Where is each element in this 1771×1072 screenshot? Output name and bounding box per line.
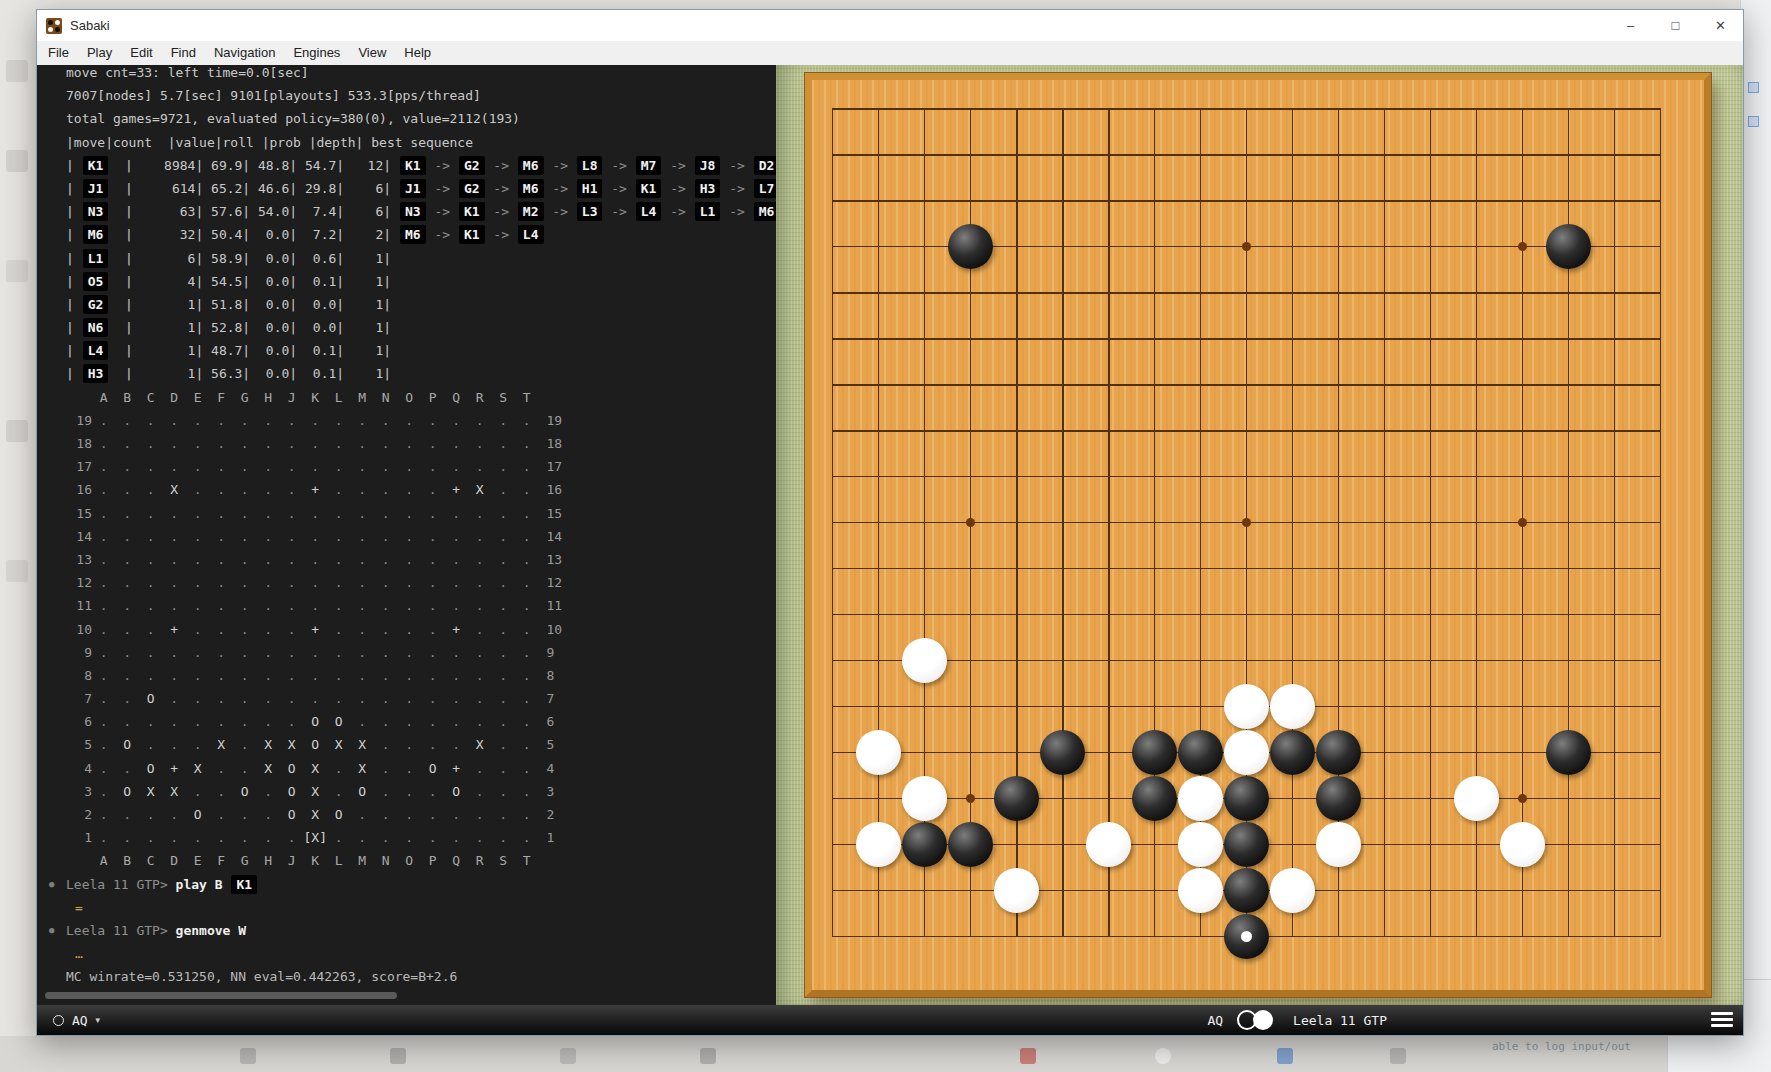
white-stone-J4 xyxy=(1178,776,1223,821)
black-stone-K1 xyxy=(1224,914,1269,959)
console-line: ●Leela 11 GTP> genmove W xyxy=(66,919,776,942)
black-stone-D16 xyxy=(948,224,993,269)
menu-help[interactable]: Help xyxy=(395,41,440,65)
taskbar-icon[interactable] xyxy=(1020,1048,1036,1064)
taskbar-icon[interactable] xyxy=(240,1048,256,1064)
white-stone-J3 xyxy=(1178,822,1223,867)
black-stone-R5 xyxy=(1546,730,1591,775)
console-line: | N6 | 1| 52.8| 0.0| 0.0| 1| xyxy=(66,316,776,339)
console-line: 12...................12 xyxy=(66,571,776,594)
console-line: ABCDEFGHJKLMNOPQRST xyxy=(66,849,776,872)
white-stone-J2 xyxy=(1178,868,1223,913)
console-line: ●Leela 11 GTP> play B K1 xyxy=(66,873,776,896)
black-stone-J5 xyxy=(1178,730,1223,775)
white-stone-G3 xyxy=(1086,822,1131,867)
taskbar-icon[interactable] xyxy=(560,1048,576,1064)
background-window-fragment xyxy=(1740,0,1771,1072)
engine-bar: AQ ▼ AQ Leela 11 GTP xyxy=(37,1005,1743,1035)
menu-bar: File Play Edit Find Navigation Engines V… xyxy=(37,41,1743,66)
white-stone-B5 xyxy=(856,730,901,775)
hoshi-point xyxy=(1518,794,1527,803)
hoshi-point xyxy=(966,518,975,527)
black-stone-C3 xyxy=(902,822,947,867)
white-stone-L6 xyxy=(1270,684,1315,729)
engine-name-left: AQ xyxy=(72,1013,88,1028)
engine-name-white: Leela 11 GTP xyxy=(1293,1013,1387,1028)
hoshi-point xyxy=(1242,242,1251,251)
background-icon xyxy=(6,150,28,172)
console-line: | J1 | 614| 65.2| 46.6| 29.8| 6| J1 -> G… xyxy=(66,177,776,200)
hoshi-point xyxy=(1242,518,1251,527)
console-line: | H3 | 1| 56.3| 0.0| 0.1| 1| xyxy=(66,362,776,385)
sabaki-app-icon xyxy=(46,18,62,34)
engine-selector[interactable]: AQ ▼ xyxy=(53,1013,102,1028)
go-board-grid[interactable] xyxy=(832,108,1661,937)
black-stone-M5 xyxy=(1316,730,1361,775)
black-stone-K2 xyxy=(1224,868,1269,913)
menu-file[interactable]: File xyxy=(39,41,78,65)
console-line: 10...+.....+.....+...10 xyxy=(66,618,776,641)
console-line: 9...................9 xyxy=(66,641,776,664)
toggle-right-circle-icon xyxy=(1253,1010,1273,1030)
background-text-fragment: able to log input/out xyxy=(1492,1040,1631,1053)
close-button[interactable]: ✕ xyxy=(1698,10,1743,41)
background-icon xyxy=(6,560,28,582)
horizontal-scrollbar[interactable] xyxy=(45,992,397,999)
black-stone-F5 xyxy=(1040,730,1085,775)
console-line: 8...................8 xyxy=(66,664,776,687)
white-stone-E2 xyxy=(994,868,1039,913)
console-line: 7007[nodes] 5.7[sec] 9101[playouts] 533.… xyxy=(66,84,776,107)
white-stone-K5 xyxy=(1224,730,1269,775)
background-icon xyxy=(6,420,28,442)
black-stone-K3 xyxy=(1224,822,1269,867)
console-line: 2....O...OXO........2 xyxy=(66,803,776,826)
white-stone-K6 xyxy=(1224,684,1269,729)
console-line: total games=9721, evaluated policy=380(0… xyxy=(66,107,776,130)
chevron-down-icon: ▼ xyxy=(94,1016,102,1025)
console-line: 18...................18 xyxy=(66,432,776,455)
black-stone-E4 xyxy=(994,776,1039,821)
console-line: 6.........OO........6 xyxy=(66,710,776,733)
engine-name-black: AQ xyxy=(1207,1013,1223,1028)
console-line: MC winrate=0.531250, NN eval=0.442263, s… xyxy=(66,965,776,988)
black-stone-R16 xyxy=(1546,224,1591,269)
sabaki-window: Sabaki – □ ✕ File Play Edit Find Navigat… xyxy=(36,9,1744,1036)
taskbar-icon[interactable] xyxy=(700,1048,716,1064)
console-line: 17...................17 xyxy=(66,455,776,478)
menu-view[interactable]: View xyxy=(349,41,395,65)
hamburger-menu-icon[interactable] xyxy=(1711,1012,1733,1028)
last-move-marker xyxy=(1241,931,1252,942)
black-stone-K4 xyxy=(1224,776,1269,821)
console-line: | L1 | 6| 58.9| 0.0| 0.6| 1| xyxy=(66,247,776,270)
menu-navigation[interactable]: Navigation xyxy=(205,41,284,65)
console-line: 14...................14 xyxy=(66,525,776,548)
console-line: move cnt=33: left time=0.0[sec] xyxy=(66,65,776,84)
console-line: | M6 | 32| 50.4| 0.0| 7.2| 2| M6 -> K1 -… xyxy=(66,223,776,246)
board-area xyxy=(776,65,1743,1005)
window-title: Sabaki xyxy=(70,18,110,33)
background-icon xyxy=(1748,82,1759,93)
gtp-console[interactable]: move cnt=33: left time=0.0[sec]7007[node… xyxy=(37,65,776,1005)
console-line: 13...................13 xyxy=(66,548,776,571)
black-stone-D3 xyxy=(948,822,993,867)
console-line: 11...................11 xyxy=(66,594,776,617)
engine-toggle[interactable] xyxy=(1235,1009,1281,1031)
hoshi-point xyxy=(1518,242,1527,251)
background-icon xyxy=(1748,116,1759,127)
menu-play[interactable]: Play xyxy=(78,41,121,65)
console-line: | K1 | 8984| 69.9| 48.8| 54.7| 12| K1 ->… xyxy=(66,154,776,177)
black-stone-H4 xyxy=(1132,776,1177,821)
hoshi-point xyxy=(1518,518,1527,527)
engine-stone-icon xyxy=(53,1015,64,1026)
console-line: | O5 | 4| 54.5| 0.0| 0.1| 1| xyxy=(66,270,776,293)
console-line: 16...X.....+.....+X..16 xyxy=(66,478,776,501)
white-stone-B3 xyxy=(856,822,901,867)
goban xyxy=(805,73,1711,997)
black-stone-M4 xyxy=(1316,776,1361,821)
console-line: ABCDEFGHJKLMNOPQRST xyxy=(66,386,776,409)
console-line: | L4 | 1| 48.7| 0.0| 0.1| 1| xyxy=(66,339,776,362)
console-line: 3.OXX..O.OX.O...O...3 xyxy=(66,780,776,803)
menu-engines[interactable]: Engines xyxy=(284,41,349,65)
console-line: = xyxy=(66,896,776,919)
white-stone-L2 xyxy=(1270,868,1315,913)
black-stone-H5 xyxy=(1132,730,1177,775)
minimize-button[interactable]: – xyxy=(1608,10,1653,41)
menu-find[interactable]: Find xyxy=(162,41,205,65)
hoshi-point xyxy=(966,794,975,803)
white-stone-C7 xyxy=(902,638,947,683)
taskbar-icon[interactable] xyxy=(1155,1048,1171,1064)
taskbar-icon[interactable] xyxy=(1277,1048,1293,1064)
white-stone-C4 xyxy=(902,776,947,821)
maximize-button[interactable]: □ xyxy=(1653,10,1698,41)
menu-edit[interactable]: Edit xyxy=(121,41,161,65)
title-bar[interactable]: Sabaki – □ ✕ xyxy=(37,10,1743,41)
white-stone-Q3 xyxy=(1500,822,1545,867)
console-line: 5.O...X.XXOXX....X..5 xyxy=(66,733,776,756)
taskbar: able to log input/out xyxy=(0,1036,1771,1072)
console-line: … xyxy=(66,942,776,965)
console-line: 15...................15 xyxy=(66,502,776,525)
console-line: 1.........[X].........1 xyxy=(66,826,776,849)
console-line: 7..O................7 xyxy=(66,687,776,710)
console-line: 19...................19 xyxy=(66,409,776,432)
black-stone-L5 xyxy=(1270,730,1315,775)
taskbar-icon[interactable] xyxy=(1390,1048,1406,1064)
console-line: 4..O+X..XOX.X..O+...4 xyxy=(66,757,776,780)
console-line: | G2 | 1| 51.8| 0.0| 0.0| 1| xyxy=(66,293,776,316)
background-icon xyxy=(6,60,28,82)
console-line: |move|count |value|roll |prob |depth| be… xyxy=(66,131,776,154)
engine-sync-group: AQ Leela 11 GTP xyxy=(1207,1009,1387,1031)
white-stone-M3 xyxy=(1316,822,1361,867)
console-line: | N3 | 63| 57.6| 54.0| 7.4| 6| N3 -> K1 … xyxy=(66,200,776,223)
background-icon xyxy=(6,260,28,282)
white-stone-P4 xyxy=(1454,776,1499,821)
taskbar-icon[interactable] xyxy=(390,1048,406,1064)
